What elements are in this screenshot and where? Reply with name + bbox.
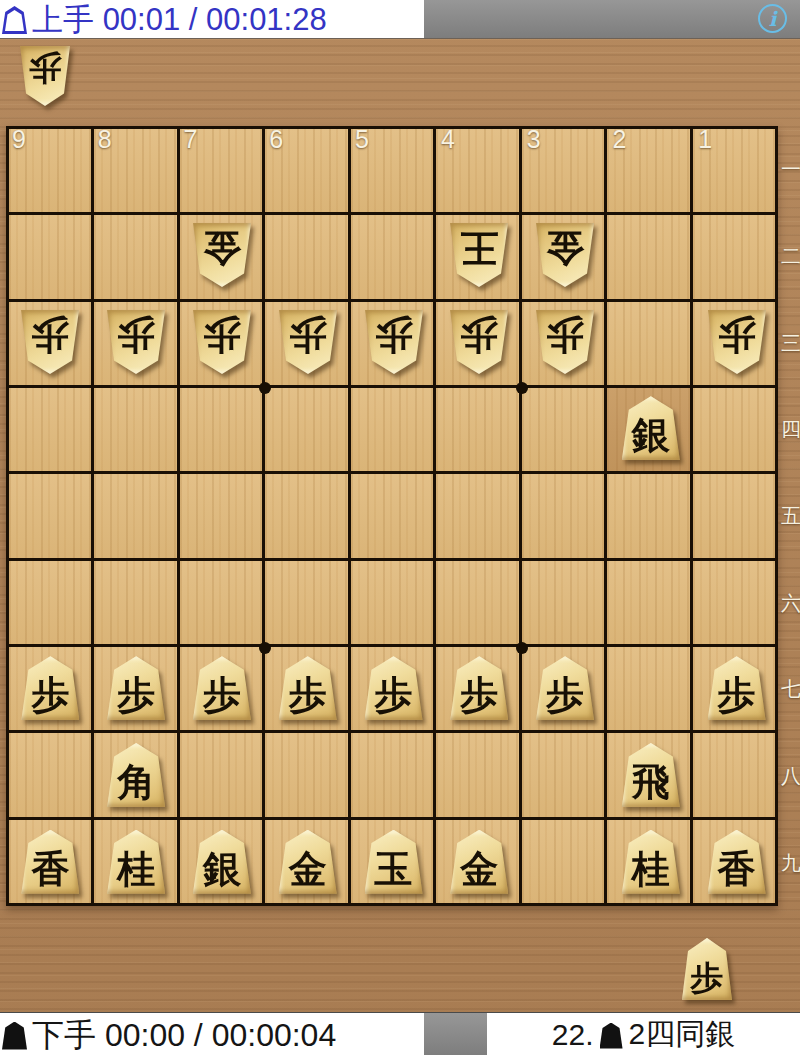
board-square-8-8[interactable] [94,733,176,816]
board-square-2-5[interactable] [607,474,689,557]
board-square-3-4[interactable] [522,388,604,471]
board-square-4-9[interactable] [436,820,518,903]
top-bar: 上手 00:01 / 00:01:28 i [0,0,800,39]
board-square-6-1[interactable] [265,129,347,212]
board-square-4-6[interactable] [436,561,518,644]
board-square-3-2[interactable] [522,215,604,298]
board-square-6-9[interactable] [265,820,347,903]
board-square-9-4[interactable] [9,388,91,471]
gote-hand-tray: 歩 [0,38,800,126]
board-square-6-4[interactable] [265,388,347,471]
board-square-3-8[interactable] [522,733,604,816]
board-square-7-3[interactable] [180,302,262,385]
board-square-9-3[interactable] [9,302,91,385]
board-square-3-1[interactable] [522,129,604,212]
gote-player-label: 上手 [32,4,94,35]
board-square-9-6[interactable] [9,561,91,644]
board-square-5-1[interactable] [351,129,433,212]
board-square-7-5[interactable] [180,474,262,557]
bottom-bar: 下手 00:00 / 00:00:04 22. 2四同銀 [0,1012,800,1055]
board-square-8-3[interactable] [94,302,176,385]
board-square-5-6[interactable] [351,561,433,644]
rank-label-1: 一 [781,159,800,179]
rank-label-2: 二 [781,246,800,266]
gote-clock-time [94,4,103,35]
shogi-board [6,126,778,906]
sente-clock-space [96,1019,105,1051]
board-square-2-8[interactable] [607,733,689,816]
board-square-2-2[interactable] [607,215,689,298]
board-square-9-5[interactable] [9,474,91,557]
board-square-8-4[interactable] [94,388,176,471]
board-square-5-3[interactable] [351,302,433,385]
board-square-4-7[interactable] [436,647,518,730]
board-square-2-7[interactable] [607,647,689,730]
board-square-4-8[interactable] [436,733,518,816]
board-square-9-7[interactable] [9,647,91,730]
piece-kanji: 歩 [29,46,62,85]
board-square-7-4[interactable] [180,388,262,471]
board-square-6-6[interactable] [265,561,347,644]
rank-label-9: 九 [781,853,800,873]
rank-label-3: 三 [781,333,800,353]
sente-clock-value: 00:00 / 00:00:04 [105,1019,336,1051]
board-square-5-2[interactable] [351,215,433,298]
board-square-7-9[interactable] [180,820,262,903]
board-square-9-9[interactable] [9,820,91,903]
gote-clock-value: 00:01 / 00:01:28 [103,4,327,35]
board-square-1-8[interactable] [693,733,775,816]
board-square-9-1[interactable] [9,129,91,212]
board-square-9-2[interactable] [9,215,91,298]
board-square-1-3[interactable] [693,302,775,385]
move-display-panel[interactable]: 22. 2四同銀 [487,1013,800,1055]
white-piece-marker-icon [2,6,27,34]
board-square-5-4[interactable] [351,388,433,471]
board-square-8-9[interactable] [94,820,176,903]
rank-label-6: 六 [781,593,800,613]
board-square-1-2[interactable] [693,215,775,298]
board-square-2-4[interactable] [607,388,689,471]
board-square-1-4[interactable] [693,388,775,471]
shogi-piece-gote-歩[interactable]: 歩 [20,46,70,106]
board-square-7-2[interactable] [180,215,262,298]
board-square-5-5[interactable] [351,474,433,557]
board-square-8-2[interactable] [94,215,176,298]
board-square-5-7[interactable] [351,647,433,730]
sente-clock-panel: 下手 00:00 / 00:00:04 [0,1013,424,1055]
board-square-6-2[interactable] [265,215,347,298]
board-square-8-5[interactable] [94,474,176,557]
board-square-3-6[interactable] [522,561,604,644]
board-square-1-5[interactable] [693,474,775,557]
rank-label-7: 七 [781,679,800,699]
board-square-7-7[interactable] [180,647,262,730]
board-square-9-8[interactable] [9,733,91,816]
board-square-4-3[interactable] [436,302,518,385]
board-square-3-9[interactable] [522,820,604,903]
board-square-5-9[interactable] [351,820,433,903]
move-number: 22. [552,1018,594,1052]
board-square-8-7[interactable] [94,647,176,730]
black-piece-marker-icon [600,1023,623,1049]
board-square-2-6[interactable] [607,561,689,644]
board-square-4-2[interactable] [436,215,518,298]
board-square-4-1[interactable] [436,129,518,212]
board-square-5-8[interactable] [351,733,433,816]
piece-kanji: 歩 [691,961,724,1000]
board-square-7-6[interactable] [180,561,262,644]
sente-player-label: 下手 [32,1019,96,1051]
board-square-7-1[interactable] [180,129,262,212]
board-square-2-9[interactable] [607,820,689,903]
board-square-3-5[interactable] [522,474,604,557]
board-square-3-7[interactable] [522,647,604,730]
board-square-6-5[interactable] [265,474,347,557]
board-square-6-7[interactable] [265,647,347,730]
rank-label-8: 八 [781,766,800,786]
board-square-4-5[interactable] [436,474,518,557]
board-square-2-1[interactable] [607,129,689,212]
sente-hand-tray: 歩 [0,906,800,1012]
shogi-piece-sente-歩[interactable]: 歩 [682,938,732,1000]
board-square-1-9[interactable] [693,820,775,903]
board-square-6-8[interactable] [265,733,347,816]
board-square-4-4[interactable] [436,388,518,471]
rank-label-5: 五 [781,506,800,526]
board-square-1-7[interactable] [693,647,775,730]
board-square-1-6[interactable] [693,561,775,644]
board-square-8-6[interactable] [94,561,176,644]
gote-clock-panel: 上手 00:01 / 00:01:28 [0,0,424,38]
board-square-2-3[interactable] [607,302,689,385]
board-square-7-8[interactable] [180,733,262,816]
rank-label-4: 四 [781,419,800,439]
board-square-6-3[interactable] [265,302,347,385]
board-square-3-3[interactable] [522,302,604,385]
board-square-8-1[interactable] [94,129,176,212]
info-icon-glyph: i [769,7,777,31]
black-piece-marker-icon [2,1022,27,1050]
info-icon[interactable]: i [758,4,787,33]
board-square-1-1[interactable] [693,129,775,212]
move-text: 2四同銀 [629,1014,736,1055]
